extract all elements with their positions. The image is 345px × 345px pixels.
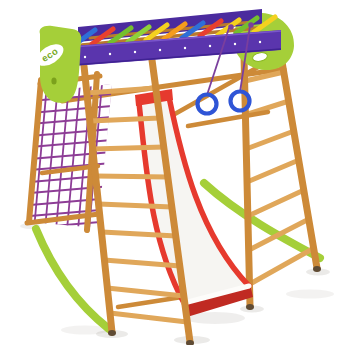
- ladder-foot: [246, 304, 254, 310]
- screw-dot: [259, 41, 261, 43]
- ladder-rung: [90, 118, 160, 121]
- screw-dot: [159, 49, 161, 51]
- ladder-rung: [93, 147, 164, 149]
- ladder-foot: [108, 330, 116, 336]
- screw-dot: [209, 45, 211, 47]
- screw-dot: [84, 56, 86, 58]
- screw-dot: [109, 53, 111, 55]
- ladder-rung: [96, 176, 168, 177]
- play-gym-illustration: eco: [0, 0, 345, 345]
- panel-small-hole: [51, 77, 56, 84]
- screw-dot: [184, 47, 186, 49]
- shadow: [286, 290, 334, 299]
- ladder-rung: [99, 204, 172, 207]
- product-photo-children-play-gym: eco: [0, 0, 345, 345]
- ladder-foot: [313, 266, 321, 272]
- screw-dot: [134, 51, 136, 53]
- screw-dot: [234, 43, 236, 45]
